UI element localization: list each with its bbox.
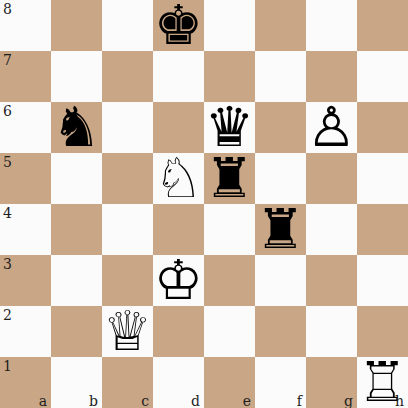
- square-c1[interactable]: c: [102, 357, 153, 408]
- square-c5[interactable]: [102, 153, 153, 204]
- square-e2[interactable]: [204, 306, 255, 357]
- square-f6[interactable]: [255, 102, 306, 153]
- square-f1[interactable]: f: [255, 357, 306, 408]
- square-a5[interactable]: 5: [0, 153, 51, 204]
- square-a6[interactable]: 6: [0, 102, 51, 153]
- square-b2[interactable]: [51, 306, 102, 357]
- square-f8[interactable]: [255, 0, 306, 51]
- square-d1[interactable]: d: [153, 357, 204, 408]
- square-b7[interactable]: [51, 51, 102, 102]
- square-b8[interactable]: [51, 0, 102, 51]
- square-e4[interactable]: [204, 204, 255, 255]
- square-a1[interactable]: 1a: [0, 357, 51, 408]
- piece-black-knight: ♞: [51, 102, 102, 153]
- square-a2[interactable]: 2: [0, 306, 51, 357]
- rank-label-8: 8: [3, 1, 12, 17]
- rank-label-5: 5: [3, 154, 12, 170]
- square-g6[interactable]: ♙: [306, 102, 357, 153]
- rank-label-1: 1: [3, 358, 12, 374]
- piece-white-king: ♔: [153, 255, 204, 306]
- rank-label-4: 4: [3, 205, 12, 221]
- square-h1[interactable]: ♖h: [357, 357, 408, 408]
- rank-label-3: 3: [3, 256, 12, 272]
- square-h8[interactable]: [357, 0, 408, 51]
- square-e6[interactable]: ♛: [204, 102, 255, 153]
- square-e1[interactable]: e: [204, 357, 255, 408]
- piece-white-pawn: ♙: [306, 102, 357, 153]
- square-h3[interactable]: [357, 255, 408, 306]
- square-f3[interactable]: [255, 255, 306, 306]
- square-g2[interactable]: [306, 306, 357, 357]
- file-label-b: b: [89, 393, 98, 408]
- square-f2[interactable]: [255, 306, 306, 357]
- square-g8[interactable]: [306, 0, 357, 51]
- square-e7[interactable]: [204, 51, 255, 102]
- square-f4[interactable]: ♜: [255, 204, 306, 255]
- square-d8[interactable]: ♚: [153, 0, 204, 51]
- square-a8[interactable]: 8: [0, 0, 51, 51]
- piece-white-knight: ♘: [153, 153, 204, 204]
- square-g7[interactable]: [306, 51, 357, 102]
- square-g4[interactable]: [306, 204, 357, 255]
- square-b4[interactable]: [51, 204, 102, 255]
- rank-label-7: 7: [3, 52, 12, 68]
- square-e8[interactable]: [204, 0, 255, 51]
- piece-black-rook-e5: ♜: [204, 153, 255, 204]
- square-d4[interactable]: [153, 204, 204, 255]
- square-d6[interactable]: [153, 102, 204, 153]
- square-h6[interactable]: [357, 102, 408, 153]
- square-b5[interactable]: [51, 153, 102, 204]
- file-label-d: d: [191, 393, 200, 408]
- file-label-g: g: [344, 393, 353, 408]
- square-a4[interactable]: 4: [0, 204, 51, 255]
- square-h5[interactable]: [357, 153, 408, 204]
- square-h2[interactable]: [357, 306, 408, 357]
- square-c8[interactable]: [102, 0, 153, 51]
- square-g3[interactable]: [306, 255, 357, 306]
- rank-label-2: 2: [3, 307, 12, 323]
- file-label-a: a: [39, 393, 47, 408]
- file-label-h: h: [395, 393, 404, 408]
- square-g1[interactable]: g: [306, 357, 357, 408]
- square-d3[interactable]: ♔: [153, 255, 204, 306]
- square-c3[interactable]: [102, 255, 153, 306]
- file-label-e: e: [243, 393, 251, 408]
- square-a7[interactable]: 7: [0, 51, 51, 102]
- piece-black-rook-f4: ♜: [255, 204, 306, 255]
- square-b3[interactable]: [51, 255, 102, 306]
- square-h7[interactable]: [357, 51, 408, 102]
- square-b1[interactable]: b: [51, 357, 102, 408]
- square-c6[interactable]: [102, 102, 153, 153]
- square-g5[interactable]: [306, 153, 357, 204]
- square-b6[interactable]: ♞: [51, 102, 102, 153]
- square-f5[interactable]: [255, 153, 306, 204]
- square-e3[interactable]: [204, 255, 255, 306]
- piece-black-queen: ♛: [204, 102, 255, 153]
- chess-board: 8 ♚ 7 6 ♞ ♛ ♙ 5 ♘ ♜ 4 ♜ 3 ♔ 2 ♕: [0, 0, 408, 408]
- square-e5[interactable]: ♜: [204, 153, 255, 204]
- piece-black-king: ♚: [153, 0, 204, 51]
- square-d2[interactable]: [153, 306, 204, 357]
- square-c7[interactable]: [102, 51, 153, 102]
- square-c4[interactable]: [102, 204, 153, 255]
- rank-label-6: 6: [3, 103, 12, 119]
- piece-white-queen: ♕: [102, 306, 153, 357]
- square-f7[interactable]: [255, 51, 306, 102]
- square-d5[interactable]: ♘: [153, 153, 204, 204]
- file-label-f: f: [297, 393, 302, 408]
- square-d7[interactable]: [153, 51, 204, 102]
- square-a3[interactable]: 3: [0, 255, 51, 306]
- square-h4[interactable]: [357, 204, 408, 255]
- square-c2[interactable]: ♕: [102, 306, 153, 357]
- file-label-c: c: [141, 393, 149, 408]
